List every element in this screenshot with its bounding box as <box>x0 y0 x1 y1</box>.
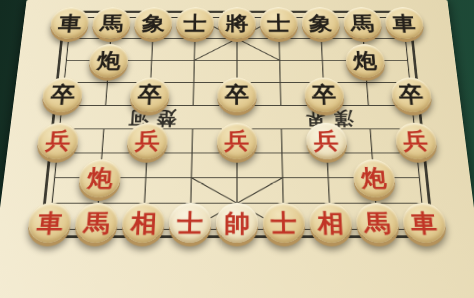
piece-red-advisor[interactable]: 士 <box>262 203 305 243</box>
xiangqi-board: 楚河 漢界 車馬象士將士象馬車炮炮卒卒卒卒卒兵兵兵兵兵炮炮車馬相士帥士相馬車 <box>0 0 474 298</box>
board-point: 馬 <box>353 203 403 243</box>
piece-black-advisor[interactable]: 士 <box>176 7 214 39</box>
board-point: 士 <box>258 7 301 39</box>
piece-red-horse[interactable]: 馬 <box>74 203 119 243</box>
board-point: 炮 <box>76 159 124 197</box>
board-point: 馬 <box>90 7 134 39</box>
board-point: 相 <box>119 203 168 243</box>
board-point: 士 <box>174 7 217 39</box>
piece-black-soldier[interactable]: 卒 <box>390 77 433 112</box>
board-point: 馬 <box>340 7 384 39</box>
piece-black-horse[interactable]: 馬 <box>92 7 132 39</box>
piece-red-chariot[interactable]: 車 <box>27 203 73 243</box>
piece-red-soldier[interactable]: 兵 <box>394 122 438 159</box>
piece-black-soldier[interactable]: 卒 <box>41 77 84 112</box>
board-point: 馬 <box>72 203 122 243</box>
piece-red-elephant[interactable]: 相 <box>309 203 353 243</box>
board-point: 炮 <box>86 44 131 77</box>
piece-black-soldier[interactable]: 卒 <box>217 77 257 112</box>
board-point: 卒 <box>302 77 347 112</box>
board-point: 象 <box>299 7 342 39</box>
board-point: 將 <box>216 7 258 39</box>
board-point: 車 <box>47 7 92 39</box>
piece-black-elephant[interactable]: 象 <box>301 7 340 39</box>
piece-red-soldier[interactable]: 兵 <box>217 122 258 159</box>
piece-red-cannon[interactable]: 炮 <box>78 159 122 197</box>
table-surface: 楚河 漢界 車馬象士將士象馬車炮炮卒卒卒卒卒兵兵兵兵兵炮炮車馬相士帥士相馬車 <box>0 0 474 298</box>
piece-red-soldier[interactable]: 兵 <box>306 122 348 159</box>
board-point: 兵 <box>34 122 82 159</box>
piece-black-chariot[interactable]: 車 <box>384 7 425 39</box>
piece-red-cannon[interactable]: 炮 <box>352 159 396 197</box>
board-point: 卒 <box>388 77 435 112</box>
board-point: 卒 <box>127 77 172 112</box>
board-point: 帥 <box>213 203 260 243</box>
piece-red-soldier[interactable]: 兵 <box>126 122 168 159</box>
board-point: 卒 <box>39 77 86 112</box>
board-point: 士 <box>260 203 308 243</box>
board-point: 炮 <box>343 44 388 77</box>
piece-black-advisor[interactable]: 士 <box>260 7 298 39</box>
piece-black-cannon[interactable]: 炮 <box>345 44 386 77</box>
piece-black-horse[interactable]: 馬 <box>342 7 382 39</box>
piece-red-soldier[interactable]: 兵 <box>36 122 80 159</box>
piece-black-cannon[interactable]: 炮 <box>88 44 129 77</box>
piece-black-elephant[interactable]: 象 <box>134 7 173 39</box>
piece-black-general[interactable]: 將 <box>218 7 256 39</box>
piece-red-horse[interactable]: 馬 <box>355 203 400 243</box>
board-point: 兵 <box>124 122 170 159</box>
board-point: 車 <box>25 203 76 243</box>
piece-red-elephant[interactable]: 相 <box>121 203 165 243</box>
board-grid: 車馬象士將士象馬車炮炮卒卒卒卒卒兵兵兵兵兵炮炮車馬相士帥士相馬車 <box>25 7 450 243</box>
board-point: 兵 <box>303 122 349 159</box>
piece-black-chariot[interactable]: 車 <box>50 7 91 39</box>
board-point: 士 <box>166 203 214 243</box>
board-point: 車 <box>399 203 450 243</box>
piece-black-soldier[interactable]: 卒 <box>129 77 170 112</box>
piece-red-general[interactable]: 帥 <box>216 203 258 243</box>
board-point: 炮 <box>350 159 398 197</box>
piece-black-soldier[interactable]: 卒 <box>304 77 345 112</box>
board-point: 車 <box>382 7 427 39</box>
piece-red-advisor[interactable]: 士 <box>169 203 212 243</box>
board-point: 相 <box>306 203 355 243</box>
board-point: 卒 <box>215 77 259 112</box>
board-point: 兵 <box>214 122 259 159</box>
board-point: 兵 <box>392 122 440 159</box>
board-point: 象 <box>132 7 175 39</box>
piece-red-chariot[interactable]: 車 <box>401 203 447 243</box>
